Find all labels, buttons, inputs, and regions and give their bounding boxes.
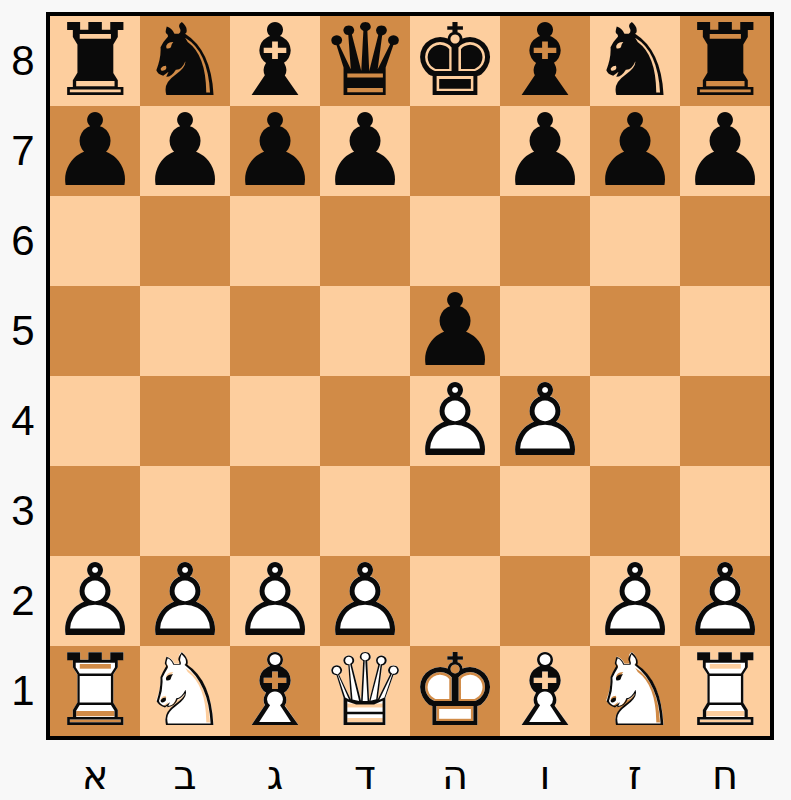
piece-white-bishop: ♝♗ <box>500 646 590 736</box>
square-f5[interactable] <box>500 286 590 376</box>
white-pawn-fill-glyph: ♟ <box>590 556 680 646</box>
square-h7[interactable]: ♟ <box>680 106 770 196</box>
piece-white-pawn: ♟♙ <box>590 556 680 646</box>
white-knight-fill-glyph: ♞ <box>140 646 230 736</box>
piece-black-rook: ♜ <box>50 16 140 106</box>
white-king-fill-glyph: ♚ <box>410 646 500 736</box>
piece-white-rook: ♜♖ <box>680 646 770 736</box>
square-a8[interactable]: ♜ <box>50 16 140 106</box>
piece-black-pawn: ♟ <box>590 106 680 196</box>
square-c4[interactable] <box>230 376 320 466</box>
piece-black-rook: ♜ <box>680 16 770 106</box>
white-pawn-icon: ♙ <box>680 556 770 646</box>
piece-black-knight: ♞ <box>590 16 680 106</box>
square-f6[interactable] <box>500 196 590 286</box>
square-c5[interactable] <box>230 286 320 376</box>
black-queen-icon: ♛ <box>320 16 410 106</box>
rank-label-6: 6 <box>0 196 46 286</box>
square-e5[interactable]: ♟ <box>410 286 500 376</box>
piece-black-pawn: ♟ <box>320 106 410 196</box>
piece-black-bishop: ♝ <box>230 16 320 106</box>
white-bishop-icon: ♗ <box>230 646 320 736</box>
black-pawn-icon: ♟ <box>410 286 500 376</box>
square-b8[interactable]: ♞ <box>140 16 230 106</box>
white-queen-fill-glyph: ♛ <box>320 646 410 736</box>
white-rook-fill-glyph: ♜ <box>50 646 140 736</box>
piece-white-pawn: ♟♙ <box>680 556 770 646</box>
white-king-icon: ♔ <box>410 646 500 736</box>
square-d2[interactable]: ♟♙ <box>320 556 410 646</box>
square-d5[interactable] <box>320 286 410 376</box>
black-pawn-icon: ♟ <box>590 106 680 196</box>
square-a7[interactable]: ♟ <box>50 106 140 196</box>
square-d8[interactable]: ♛ <box>320 16 410 106</box>
square-e8[interactable]: ♚ <box>410 16 500 106</box>
piece-white-pawn: ♟♙ <box>140 556 230 646</box>
square-f4[interactable]: ♟♙ <box>500 376 590 466</box>
white-pawn-fill-glyph: ♟ <box>50 556 140 646</box>
square-e4[interactable]: ♟♙ <box>410 376 500 466</box>
black-pawn-icon: ♟ <box>320 106 410 196</box>
piece-black-pawn: ♟ <box>410 286 500 376</box>
square-a1[interactable]: ♜♖ <box>50 646 140 736</box>
square-h3[interactable] <box>680 466 770 556</box>
white-pawn-fill-glyph: ♟ <box>500 376 590 466</box>
black-pawn-icon: ♟ <box>50 106 140 196</box>
square-h6[interactable] <box>680 196 770 286</box>
square-d7[interactable]: ♟ <box>320 106 410 196</box>
piece-white-knight: ♞♘ <box>140 646 230 736</box>
square-g6[interactable] <box>590 196 680 286</box>
rank-label-4: 4 <box>0 376 46 466</box>
piece-white-pawn: ♟♙ <box>500 376 590 466</box>
black-rook-icon: ♜ <box>50 16 140 106</box>
rank-label-8: 8 <box>0 16 46 106</box>
rank-label-7: 7 <box>0 106 46 196</box>
square-d6[interactable] <box>320 196 410 286</box>
white-rook-fill-glyph: ♜ <box>680 646 770 736</box>
square-c1[interactable]: ♝♗ <box>230 646 320 736</box>
square-b1[interactable]: ♞♘ <box>140 646 230 736</box>
black-pawn-icon: ♟ <box>680 106 770 196</box>
square-b4[interactable] <box>140 376 230 466</box>
square-c8[interactable]: ♝ <box>230 16 320 106</box>
file-label-d: ד <box>320 740 410 800</box>
chess-board: ♜♞♝♛♚♝♞♜♟♟♟♟♟♟♟♟♟♙♟♙♟♙♟♙♟♙♟♙♟♙♟♙♜♖♞♘♝♗♛♕… <box>46 12 774 740</box>
piece-white-bishop: ♝♗ <box>230 646 320 736</box>
rank-label-2: 2 <box>0 556 46 646</box>
white-bishop-icon: ♗ <box>500 646 590 736</box>
file-labels: אבגדהוזח <box>50 740 774 800</box>
square-g5[interactable] <box>590 286 680 376</box>
rank-label-1: 1 <box>0 646 46 736</box>
white-pawn-fill-glyph: ♟ <box>410 376 500 466</box>
square-e1[interactable]: ♚♔ <box>410 646 500 736</box>
square-f7[interactable]: ♟ <box>500 106 590 196</box>
white-rook-icon: ♖ <box>680 646 770 736</box>
piece-white-queen: ♛♕ <box>320 646 410 736</box>
square-g1[interactable]: ♞♘ <box>590 646 680 736</box>
white-pawn-fill-glyph: ♟ <box>680 556 770 646</box>
square-g4[interactable] <box>590 376 680 466</box>
square-e7[interactable] <box>410 106 500 196</box>
square-b5[interactable] <box>140 286 230 376</box>
square-c7[interactable]: ♟ <box>230 106 320 196</box>
white-pawn-icon: ♙ <box>500 376 590 466</box>
square-c6[interactable] <box>230 196 320 286</box>
white-pawn-fill-glyph: ♟ <box>320 556 410 646</box>
white-pawn-icon: ♙ <box>320 556 410 646</box>
black-bishop-icon: ♝ <box>230 16 320 106</box>
piece-black-knight: ♞ <box>140 16 230 106</box>
square-b2[interactable]: ♟♙ <box>140 556 230 646</box>
square-f8[interactable]: ♝ <box>500 16 590 106</box>
white-pawn-icon: ♙ <box>410 376 500 466</box>
black-pawn-icon: ♟ <box>230 106 320 196</box>
black-bishop-icon: ♝ <box>500 16 590 106</box>
square-c3[interactable] <box>230 466 320 556</box>
white-pawn-fill-glyph: ♟ <box>140 556 230 646</box>
white-pawn-icon: ♙ <box>590 556 680 646</box>
piece-white-king: ♚♔ <box>410 646 500 736</box>
square-b7[interactable]: ♟ <box>140 106 230 196</box>
square-h4[interactable] <box>680 376 770 466</box>
piece-white-pawn: ♟♙ <box>320 556 410 646</box>
white-knight-fill-glyph: ♞ <box>590 646 680 736</box>
piece-white-pawn: ♟♙ <box>230 556 320 646</box>
white-rook-icon: ♖ <box>50 646 140 736</box>
square-a5[interactable] <box>50 286 140 376</box>
rank-labels: 87654321 <box>0 12 46 740</box>
square-h8[interactable]: ♜ <box>680 16 770 106</box>
white-bishop-fill-glyph: ♝ <box>230 646 320 736</box>
file-label-h: ח <box>680 740 770 800</box>
black-knight-icon: ♞ <box>140 16 230 106</box>
piece-black-pawn: ♟ <box>50 106 140 196</box>
piece-black-bishop: ♝ <box>500 16 590 106</box>
black-pawn-icon: ♟ <box>140 106 230 196</box>
square-h1[interactable]: ♜♖ <box>680 646 770 736</box>
square-c2[interactable]: ♟♙ <box>230 556 320 646</box>
file-label-c: ג <box>230 740 320 800</box>
square-e6[interactable] <box>410 196 500 286</box>
piece-black-pawn: ♟ <box>230 106 320 196</box>
square-d1[interactable]: ♛♕ <box>320 646 410 736</box>
white-bishop-fill-glyph: ♝ <box>500 646 590 736</box>
square-h2[interactable]: ♟♙ <box>680 556 770 646</box>
piece-black-queen: ♛ <box>320 16 410 106</box>
square-f1[interactable]: ♝♗ <box>500 646 590 736</box>
square-f3[interactable] <box>500 466 590 556</box>
file-label-b: ב <box>140 740 230 800</box>
piece-black-pawn: ♟ <box>680 106 770 196</box>
rank-label-5: 5 <box>0 286 46 376</box>
square-a6[interactable] <box>50 196 140 286</box>
white-pawn-fill-glyph: ♟ <box>230 556 320 646</box>
white-pawn-icon: ♙ <box>230 556 320 646</box>
white-pawn-icon: ♙ <box>140 556 230 646</box>
rank-label-3: 3 <box>0 466 46 556</box>
black-knight-icon: ♞ <box>590 16 680 106</box>
file-label-a: א <box>50 740 140 800</box>
piece-white-rook: ♜♖ <box>50 646 140 736</box>
square-e2[interactable] <box>410 556 500 646</box>
square-d3[interactable] <box>320 466 410 556</box>
square-b6[interactable] <box>140 196 230 286</box>
piece-black-pawn: ♟ <box>140 106 230 196</box>
black-king-icon: ♚ <box>410 16 500 106</box>
piece-white-pawn: ♟♙ <box>50 556 140 646</box>
piece-white-knight: ♞♘ <box>590 646 680 736</box>
square-g8[interactable]: ♞ <box>590 16 680 106</box>
file-label-e: ה <box>410 740 500 800</box>
white-queen-icon: ♕ <box>320 646 410 736</box>
chess-diagram-page: 87654321 ♜♞♝♛♚♝♞♜♟♟♟♟♟♟♟♟♟♙♟♙♟♙♟♙♟♙♟♙♟♙♟… <box>0 0 791 800</box>
square-a3[interactable] <box>50 466 140 556</box>
square-g2[interactable]: ♟♙ <box>590 556 680 646</box>
square-h5[interactable] <box>680 286 770 376</box>
black-rook-icon: ♜ <box>680 16 770 106</box>
square-f2[interactable] <box>500 556 590 646</box>
piece-white-pawn: ♟♙ <box>410 376 500 466</box>
file-label-g: ז <box>590 740 680 800</box>
piece-black-king: ♚ <box>410 16 500 106</box>
square-g3[interactable] <box>590 466 680 556</box>
square-d4[interactable] <box>320 376 410 466</box>
white-knight-icon: ♘ <box>140 646 230 736</box>
white-pawn-icon: ♙ <box>50 556 140 646</box>
square-b3[interactable] <box>140 466 230 556</box>
square-a4[interactable] <box>50 376 140 466</box>
white-knight-icon: ♘ <box>590 646 680 736</box>
square-a2[interactable]: ♟♙ <box>50 556 140 646</box>
file-label-f: ו <box>500 740 590 800</box>
square-g7[interactable]: ♟ <box>590 106 680 196</box>
square-e3[interactable] <box>410 466 500 556</box>
piece-black-pawn: ♟ <box>500 106 590 196</box>
black-pawn-icon: ♟ <box>500 106 590 196</box>
